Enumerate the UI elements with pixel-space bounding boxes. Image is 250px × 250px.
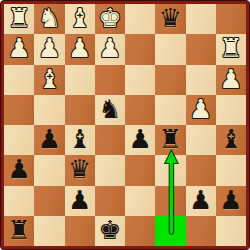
square-d6[interactable] [125, 155, 155, 185]
square-e2[interactable]: ♟ [95, 34, 125, 64]
black-king[interactable]: ♚ [98, 216, 121, 245]
square-a7[interactable]: ♟ [216, 186, 246, 216]
square-g4[interactable] [34, 95, 64, 125]
square-h4[interactable] [4, 95, 34, 125]
square-h2[interactable]: ♟ [4, 34, 34, 64]
square-d1[interactable] [125, 4, 155, 34]
black-pawn[interactable]: ♟ [128, 125, 151, 154]
square-g1[interactable]: ♞ [34, 4, 64, 34]
black-bishop[interactable]: ♝ [68, 125, 91, 154]
square-f5[interactable]: ♝ [65, 125, 95, 155]
white-pawn[interactable]: ♟ [7, 34, 30, 63]
square-f7[interactable]: ♟ [65, 186, 95, 216]
square-a4[interactable] [216, 95, 246, 125]
white-pawn[interactable]: ♟ [189, 95, 212, 124]
chess-board: ♜♞♝♚♛♟♟♟♟♜♝♟♞♟♟♝♟♜♝♟♛♟♟♟♜♚ [4, 4, 246, 246]
square-e3[interactable] [95, 65, 125, 95]
square-f4[interactable] [65, 95, 95, 125]
white-king[interactable]: ♚ [98, 4, 121, 33]
square-c2[interactable] [155, 34, 185, 64]
white-pawn[interactable]: ♟ [219, 65, 242, 94]
square-a1[interactable] [216, 4, 246, 34]
square-a2[interactable]: ♜ [216, 34, 246, 64]
square-e6[interactable] [95, 155, 125, 185]
square-h3[interactable] [4, 65, 34, 95]
black-knight[interactable]: ♞ [98, 95, 121, 124]
black-queen[interactable]: ♛ [68, 155, 91, 184]
square-b3[interactable] [186, 65, 216, 95]
square-a8[interactable] [216, 216, 246, 246]
black-rook[interactable]: ♜ [159, 125, 182, 154]
square-f6[interactable]: ♛ [65, 155, 95, 185]
square-h8[interactable]: ♜ [4, 216, 34, 246]
black-rook[interactable]: ♜ [7, 216, 30, 245]
square-h5[interactable] [4, 125, 34, 155]
square-g2[interactable]: ♟ [34, 34, 64, 64]
white-rook[interactable]: ♜ [7, 4, 30, 33]
white-bishop[interactable]: ♝ [38, 65, 61, 94]
white-knight[interactable]: ♞ [38, 4, 61, 33]
square-g7[interactable] [34, 186, 64, 216]
square-a5[interactable]: ♝ [216, 125, 246, 155]
square-d2[interactable] [125, 34, 155, 64]
square-e8[interactable]: ♚ [95, 216, 125, 246]
white-pawn[interactable]: ♟ [38, 34, 61, 63]
square-b4[interactable]: ♟ [186, 95, 216, 125]
square-b5[interactable] [186, 125, 216, 155]
square-e4[interactable]: ♞ [95, 95, 125, 125]
square-g8[interactable] [34, 216, 64, 246]
square-d3[interactable] [125, 65, 155, 95]
square-h1[interactable]: ♜ [4, 4, 34, 34]
black-pawn[interactable]: ♟ [219, 186, 242, 215]
square-c7[interactable] [155, 186, 185, 216]
square-b6[interactable] [186, 155, 216, 185]
square-e5[interactable] [95, 125, 125, 155]
square-c5[interactable]: ♜ [155, 125, 185, 155]
square-g5[interactable]: ♟ [34, 125, 64, 155]
white-rook[interactable]: ♜ [219, 34, 242, 63]
square-a6[interactable] [216, 155, 246, 185]
square-c8[interactable] [155, 216, 185, 246]
square-h6[interactable]: ♟ [4, 155, 34, 185]
square-b1[interactable] [186, 4, 216, 34]
black-queen[interactable]: ♛ [159, 4, 182, 33]
square-d7[interactable] [125, 186, 155, 216]
square-c1[interactable]: ♛ [155, 4, 185, 34]
square-b8[interactable] [186, 216, 216, 246]
white-pawn[interactable]: ♟ [68, 34, 91, 63]
square-d5[interactable]: ♟ [125, 125, 155, 155]
chess-board-frame: ♜♞♝♚♛♟♟♟♟♜♝♟♞♟♟♝♟♜♝♟♛♟♟♟♜♚ [0, 0, 250, 250]
square-e7[interactable] [95, 186, 125, 216]
square-f2[interactable]: ♟ [65, 34, 95, 64]
square-b7[interactable]: ♟ [186, 186, 216, 216]
black-pawn[interactable]: ♟ [189, 186, 212, 215]
square-h7[interactable] [4, 186, 34, 216]
black-pawn[interactable]: ♟ [38, 125, 61, 154]
black-pawn[interactable]: ♟ [7, 155, 30, 184]
square-c6[interactable] [155, 155, 185, 185]
white-bishop[interactable]: ♝ [68, 4, 91, 33]
square-f8[interactable] [65, 216, 95, 246]
square-c3[interactable] [155, 65, 185, 95]
square-g3[interactable]: ♝ [34, 65, 64, 95]
square-d4[interactable] [125, 95, 155, 125]
square-a3[interactable]: ♟ [216, 65, 246, 95]
white-pawn[interactable]: ♟ [98, 34, 121, 63]
square-f3[interactable] [65, 65, 95, 95]
square-g6[interactable] [34, 155, 64, 185]
square-c4[interactable] [155, 95, 185, 125]
black-pawn[interactable]: ♟ [68, 186, 91, 215]
square-f1[interactable]: ♝ [65, 4, 95, 34]
square-b2[interactable] [186, 34, 216, 64]
black-bishop[interactable]: ♝ [219, 125, 242, 154]
square-e1[interactable]: ♚ [95, 4, 125, 34]
square-d8[interactable] [125, 216, 155, 246]
